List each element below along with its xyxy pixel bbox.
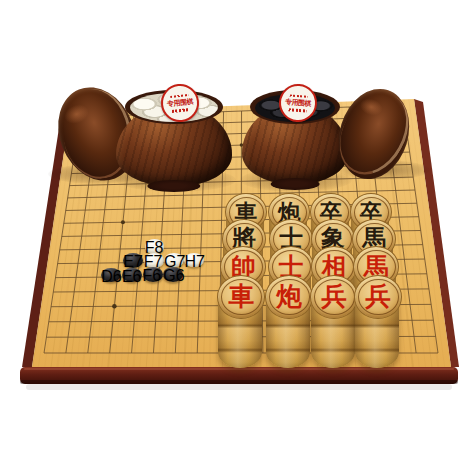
- product-photo-scene: D6E6F6G6E7F7G7H7F8 車炮卒卒將士象馬帥士相馬車炮兵兵 专用围棋…: [0, 0, 474, 474]
- go-bowl-white-stones[interactable]: 专用围棋: [116, 90, 232, 192]
- go-board-surface: [0, 0, 474, 474]
- star-point: [358, 216, 362, 220]
- star-point: [121, 220, 125, 224]
- star-point: [239, 303, 244, 308]
- go-bowl-black-stones[interactable]: 专用围棋: [242, 90, 348, 190]
- bowl-foot: [271, 178, 320, 190]
- star-point: [366, 302, 371, 307]
- seal-text: 专用围棋: [167, 97, 194, 110]
- go-board[interactable]: [0, 0, 474, 474]
- bowl-foot: [147, 180, 200, 192]
- star-point: [112, 304, 117, 309]
- seal-text: 专用围棋: [285, 97, 312, 109]
- star-point: [239, 218, 243, 222]
